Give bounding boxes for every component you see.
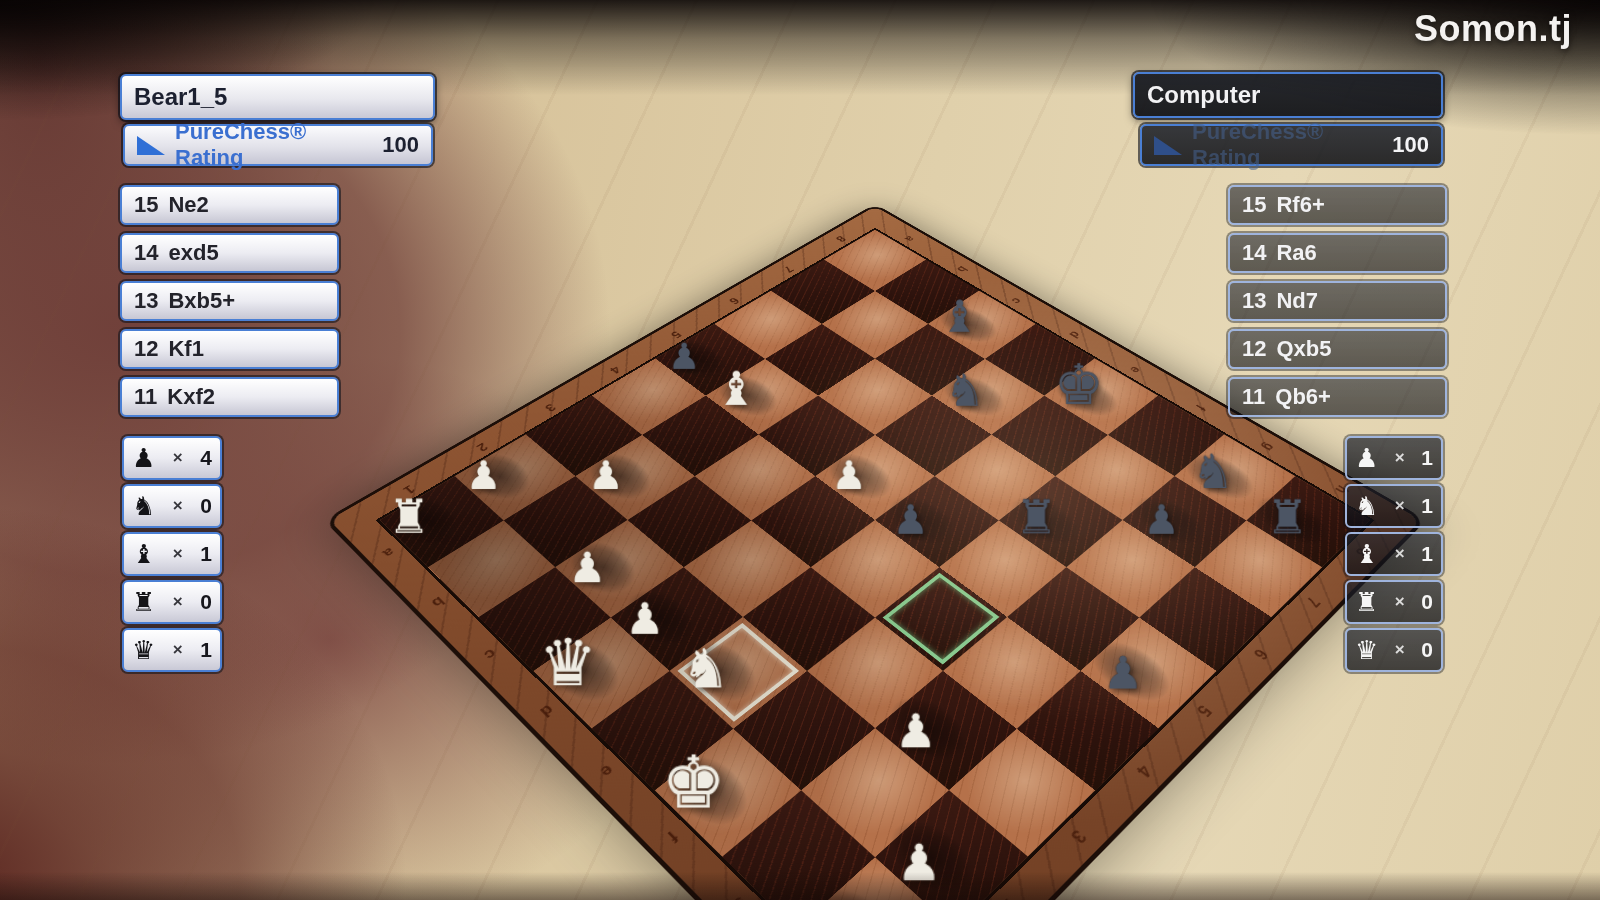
times-icon: ×: [173, 544, 183, 564]
white-rating-label: PureChess® Rating: [175, 119, 372, 171]
captured-queen-row[interactable]: ♛×1: [122, 628, 222, 672]
times-icon: ×: [1395, 496, 1405, 516]
times-icon: ×: [173, 592, 183, 612]
times-icon: ×: [1395, 640, 1405, 660]
captured-queen-row[interactable]: ♛×0: [1345, 628, 1443, 672]
captured-count: 0: [200, 590, 212, 614]
captured-count: 0: [1421, 590, 1433, 614]
captured-count: 1: [200, 638, 212, 662]
piece-shadow: [458, 446, 541, 508]
times-icon: ×: [173, 448, 183, 468]
captured-count: 0: [200, 494, 212, 518]
move-button-11-Kxf2[interactable]: 11Kxf2: [120, 377, 339, 417]
move-number: 14: [134, 240, 158, 266]
captured-knight-row[interactable]: ♞×0: [122, 484, 222, 528]
move-san: Kxf2: [167, 384, 215, 410]
rook-icon: ♜: [1355, 589, 1378, 615]
black-player-name-box: Computer: [1133, 72, 1443, 118]
times-icon: ×: [1395, 448, 1405, 468]
move-button-11-Qb6+[interactable]: 11Qb6+: [1228, 377, 1447, 417]
game-screen: ♝♚♞♜♞♟♜♟♝♟♟♟♟♟♟♟♟♞♟♜♛♚♜ 12345678 1234567…: [0, 0, 1600, 900]
watermark-logo: Somon.tj: [1414, 8, 1572, 50]
move-number: 11: [1242, 384, 1265, 410]
move-san: Rf6+: [1276, 192, 1324, 218]
move-san: Ne2: [168, 192, 208, 218]
captured-rook-row[interactable]: ♜×0: [1345, 580, 1443, 624]
captured-bishop-row[interactable]: ♝×1: [1345, 532, 1443, 576]
move-san: Nd7: [1276, 288, 1318, 314]
white-player-name-box: Bear1_5: [120, 74, 435, 120]
black-rook-f6: ♜: [992, 493, 1081, 540]
knight-icon: ♞: [1355, 493, 1378, 519]
white-player-rating-box: PureChess® Rating 100: [123, 124, 433, 166]
move-san: Bxb5+: [168, 288, 235, 314]
move-button-14-Ra6[interactable]: 14Ra6: [1228, 233, 1447, 273]
captured-count: 0: [1421, 638, 1433, 662]
piece-shadow: [536, 632, 632, 712]
piece-shadow: [1175, 446, 1264, 508]
rating-flag-icon: [137, 136, 165, 155]
rating-flag-icon: [1154, 136, 1182, 155]
captured-bishop-row[interactable]: ♝×1: [122, 532, 222, 576]
move-button-12-Kf1[interactable]: 12Kf1: [120, 329, 339, 369]
knight-icon: ♞: [132, 493, 155, 519]
move-button-15-Rf6+[interactable]: 15Rf6+: [1228, 185, 1447, 225]
white-pawn-d5: ♟: [806, 455, 892, 494]
move-button-13-Nd7[interactable]: 13Nd7: [1228, 281, 1447, 321]
pawn-icon: ♟: [1355, 445, 1378, 471]
board-grid: ♝♚♞♜♞♟♜♟♝♟♟♟♟♟♟♟♟♞♟♜♛♚♜: [376, 228, 1374, 900]
captured-count: 1: [1421, 494, 1433, 518]
captured-knight-row[interactable]: ♞×1: [1345, 484, 1443, 528]
move-button-14-exd5[interactable]: 14exd5: [120, 233, 339, 273]
white-rook-a1: ♜: [364, 493, 453, 540]
white-player-name: Bear1_5: [134, 83, 227, 111]
times-icon: ×: [173, 640, 183, 660]
move-san: Kf1: [168, 336, 203, 362]
move-number: 11: [134, 384, 157, 410]
black-rating-value: 100: [1392, 132, 1429, 158]
captured-rook-row[interactable]: ♜×0: [122, 580, 222, 624]
move-number: 12: [1242, 336, 1266, 362]
move-san: Qb6+: [1275, 384, 1331, 410]
move-san: Qxb5: [1276, 336, 1331, 362]
times-icon: ×: [173, 496, 183, 516]
square-e4[interactable]: [811, 520, 939, 617]
black-player-rating-box: PureChess® Rating 100: [1140, 124, 1443, 166]
times-icon: ×: [1395, 544, 1405, 564]
pawn-icon: ♟: [132, 445, 155, 471]
move-number: 13: [1242, 288, 1266, 314]
captured-count: 1: [200, 542, 212, 566]
move-button-12-Qxb5[interactable]: 12Qxb5: [1228, 329, 1447, 369]
move-number: 12: [134, 336, 158, 362]
move-number: 13: [134, 288, 158, 314]
queen-icon: ♛: [1355, 637, 1378, 663]
captured-pawn-row[interactable]: ♟×4: [122, 436, 222, 480]
move-san: exd5: [168, 240, 218, 266]
black-player-name: Computer: [1147, 81, 1260, 109]
move-number: 15: [1242, 192, 1266, 218]
move-number: 14: [1242, 240, 1266, 266]
black-knight-g8: ♞: [1170, 447, 1256, 494]
rook-icon: ♜: [132, 589, 155, 615]
white-rating-value: 100: [382, 132, 419, 158]
bishop-icon: ♝: [132, 541, 155, 567]
move-button-15-Ne2[interactable]: 15Ne2: [120, 185, 339, 225]
move-button-13-Bxb5+[interactable]: 13Bxb5+: [120, 281, 339, 321]
captured-count: 4: [200, 446, 212, 470]
piece-shadow: [383, 488, 468, 553]
move-number: 15: [134, 192, 158, 218]
queen-icon: ♛: [132, 637, 155, 663]
times-icon: ×: [1395, 592, 1405, 612]
bishop-icon: ♝: [1355, 541, 1378, 567]
black-rating-label: PureChess® Rating: [1192, 119, 1382, 171]
move-san: Ra6: [1276, 240, 1316, 266]
captured-pawn-row[interactable]: ♟×1: [1345, 436, 1443, 480]
captured-count: 1: [1421, 446, 1433, 470]
captured-count: 1: [1421, 542, 1433, 566]
